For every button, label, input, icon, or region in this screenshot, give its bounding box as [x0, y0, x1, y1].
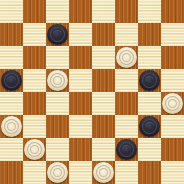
square-b7	[23, 23, 46, 46]
black-man-c7[interactable]	[47, 24, 68, 45]
square-h8[interactable]	[161, 0, 184, 23]
square-g4	[138, 92, 161, 115]
square-b3	[23, 115, 46, 138]
square-a8	[0, 0, 23, 23]
square-a5[interactable]	[0, 69, 23, 92]
square-h2[interactable]	[161, 138, 184, 161]
square-e4	[92, 92, 115, 115]
square-h5	[161, 69, 184, 92]
square-e5[interactable]	[92, 69, 115, 92]
square-h7	[161, 23, 184, 46]
square-d2[interactable]	[69, 138, 92, 161]
square-h1	[161, 161, 184, 184]
square-e2	[92, 138, 115, 161]
square-b4[interactable]	[23, 92, 46, 115]
black-man-g3[interactable]	[139, 116, 160, 137]
square-a4	[0, 92, 23, 115]
square-h4[interactable]	[161, 92, 184, 115]
square-d8[interactable]	[69, 0, 92, 23]
checkers-board	[0, 0, 184, 184]
square-b5	[23, 69, 46, 92]
square-d7	[69, 23, 92, 46]
square-b6[interactable]	[23, 46, 46, 69]
square-d1	[69, 161, 92, 184]
square-e6	[92, 46, 115, 69]
square-e1[interactable]	[92, 161, 115, 184]
square-g6	[138, 46, 161, 69]
square-f1	[115, 161, 138, 184]
square-f6[interactable]	[115, 46, 138, 69]
square-h6[interactable]	[161, 46, 184, 69]
white-man-c5[interactable]	[47, 70, 68, 91]
square-c4	[46, 92, 69, 115]
square-b2[interactable]	[23, 138, 46, 161]
square-c5[interactable]	[46, 69, 69, 92]
square-a3[interactable]	[0, 115, 23, 138]
black-man-a5[interactable]	[1, 70, 22, 91]
square-c6	[46, 46, 69, 69]
white-man-a3[interactable]	[1, 116, 22, 137]
square-h3	[161, 115, 184, 138]
square-d4[interactable]	[69, 92, 92, 115]
square-e8	[92, 0, 115, 23]
square-g5[interactable]	[138, 69, 161, 92]
square-e3[interactable]	[92, 115, 115, 138]
square-d6[interactable]	[69, 46, 92, 69]
square-f7	[115, 23, 138, 46]
square-c3[interactable]	[46, 115, 69, 138]
square-f5	[115, 69, 138, 92]
square-f2[interactable]	[115, 138, 138, 161]
square-a6	[0, 46, 23, 69]
square-a7[interactable]	[0, 23, 23, 46]
square-g3[interactable]	[138, 115, 161, 138]
square-a2	[0, 138, 23, 161]
black-man-f2[interactable]	[116, 139, 137, 160]
square-c2	[46, 138, 69, 161]
white-man-c1[interactable]	[47, 162, 68, 183]
black-man-g5[interactable]	[139, 70, 160, 91]
square-d3	[69, 115, 92, 138]
square-d5	[69, 69, 92, 92]
square-f3	[115, 115, 138, 138]
square-c1[interactable]	[46, 161, 69, 184]
square-g2	[138, 138, 161, 161]
square-g8	[138, 0, 161, 23]
square-c7[interactable]	[46, 23, 69, 46]
square-a1[interactable]	[0, 161, 23, 184]
white-man-f6[interactable]	[116, 47, 137, 68]
square-f4[interactable]	[115, 92, 138, 115]
square-f8[interactable]	[115, 0, 138, 23]
square-b8[interactable]	[23, 0, 46, 23]
square-c8	[46, 0, 69, 23]
square-g7[interactable]	[138, 23, 161, 46]
square-e7[interactable]	[92, 23, 115, 46]
square-b1	[23, 161, 46, 184]
white-man-e1[interactable]	[93, 162, 114, 183]
square-g1[interactable]	[138, 161, 161, 184]
white-man-h4[interactable]	[162, 93, 183, 114]
white-man-b2[interactable]	[24, 139, 45, 160]
